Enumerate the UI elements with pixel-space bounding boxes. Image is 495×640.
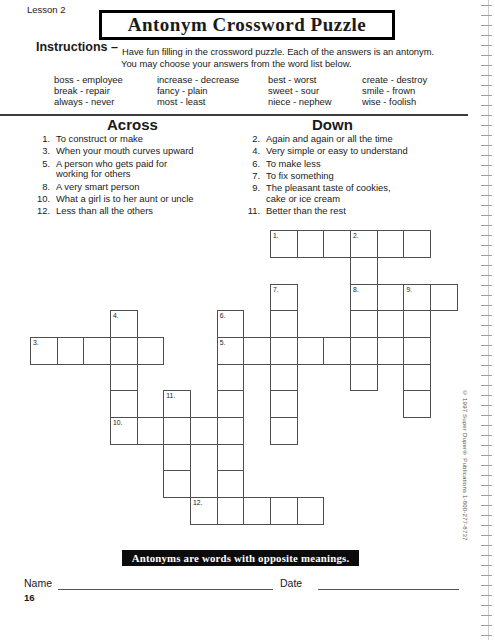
cell-number: 7. (273, 286, 279, 293)
grid-cell[interactable] (217, 444, 245, 472)
grid-cell[interactable] (243, 497, 271, 525)
ruler-tick (481, 475, 492, 476)
ruler-tick (481, 445, 492, 446)
ruler-tick (481, 75, 492, 76)
ruler-tick (481, 215, 492, 216)
ruler-tick (481, 625, 492, 626)
clue-number: 6. (240, 159, 260, 170)
grid-cell[interactable]: 9. (403, 284, 431, 312)
ruler-tick (481, 225, 492, 226)
grid-cell[interactable] (217, 390, 245, 418)
ruler-tick (481, 155, 492, 156)
ruler-tick (481, 85, 492, 86)
grid-cell[interactable] (350, 310, 378, 338)
cell-number: 10. (113, 419, 122, 426)
clue-item: 8.A very smart person (30, 182, 235, 193)
grid-cell[interactable] (323, 230, 351, 258)
grid-cell[interactable] (403, 364, 431, 392)
grid-cell[interactable] (323, 337, 351, 365)
cell-number: 9. (406, 286, 412, 293)
word-pair: increase - decrease (157, 74, 239, 85)
clue-item: 4.Very simple or easy to understand (240, 146, 460, 157)
ruler-tick (481, 95, 492, 96)
ruler-tick (481, 545, 492, 546)
word-list-column: increase - decreasefancy - plainmost - l… (157, 74, 239, 107)
ruler-tick (481, 305, 492, 306)
ruler-tick (481, 205, 492, 206)
ruler-tick (481, 115, 492, 116)
ruler-tick (481, 375, 492, 376)
ruler-tick (481, 485, 492, 486)
lesson-label: Lesson 2 (27, 4, 66, 15)
grid-cell[interactable] (137, 337, 165, 365)
ruler-tick (481, 45, 492, 46)
clue-text: Very simple or easy to understand (266, 146, 408, 157)
ruler-tick (481, 175, 492, 176)
clue-text: To fix something (266, 171, 334, 182)
cell-number: 1. (273, 232, 279, 239)
grid-cell[interactable] (110, 390, 138, 418)
ruler-tick (481, 35, 492, 36)
grid-cell[interactable]: 1. (270, 230, 298, 258)
ruler-tick (481, 165, 492, 166)
grid-cell[interactable] (403, 310, 431, 338)
ruler-tick (481, 65, 492, 66)
clue-item: 3.When your mouth curves upward (30, 146, 235, 157)
clue-number: 5. (30, 159, 50, 181)
word-pair: wise - foolish (362, 96, 427, 107)
grid-cell[interactable]: 8. (350, 284, 378, 312)
grid-cell[interactable] (270, 417, 298, 445)
ruler-tick (481, 5, 492, 6)
grid-cell[interactable] (350, 337, 378, 365)
copyright-text: © 1997 Super Duper® Publications 1-800-2… (462, 390, 468, 560)
grid-cell[interactable] (163, 470, 191, 498)
clue-text: A very smart person (56, 182, 139, 193)
grid-cell[interactable] (430, 284, 458, 312)
clue-number: 4. (240, 146, 260, 157)
clue-item: 5.A person who gets paid forworking for … (30, 159, 235, 181)
grid-cell[interactable] (403, 230, 431, 258)
word-pair: break - repair (54, 85, 123, 96)
ruler-tick (481, 255, 492, 256)
grid-cell[interactable] (270, 497, 298, 525)
ruler-tick (481, 15, 492, 16)
ruler-tick (481, 565, 492, 566)
grid-cell[interactable] (217, 497, 245, 525)
clue-text: To construct or make (56, 134, 143, 145)
ruler-tick (481, 275, 492, 276)
word-pair: create - destroy (362, 74, 427, 85)
worksheet-page: Lesson 2 Antonym Crossword Puzzle Instru… (0, 0, 495, 640)
ruler-tick (481, 515, 492, 516)
word-list-column: best - worstsweet - sourniece - nephew (268, 74, 332, 107)
cell-number: 6. (220, 312, 226, 319)
down-header: Down (312, 116, 353, 133)
clue-text: Again and again or all the time (266, 134, 393, 145)
clue-item: 11.Better than the rest (240, 206, 460, 217)
grid-cell[interactable]: 2. (350, 230, 378, 258)
ruler-tick (481, 325, 492, 326)
word-list: boss - employeebreak - repairalways - ne… (0, 74, 495, 110)
word-pair: most - least (157, 96, 239, 107)
grid-cell[interactable] (270, 310, 298, 338)
name-label: Name (24, 577, 52, 589)
clue-number: 1. (30, 134, 50, 145)
ruler-tick (481, 195, 492, 196)
cell-number: 2. (353, 232, 359, 239)
ruler-tick (481, 265, 492, 266)
ruler-tick (481, 635, 492, 636)
grid-cell[interactable] (297, 497, 325, 525)
clue-number: 9. (240, 183, 260, 205)
ruler-tick (481, 245, 492, 246)
ruler-tick (481, 595, 492, 596)
ruler-tick (481, 235, 492, 236)
ruler-tick (481, 405, 492, 406)
clue-number: 12. (30, 206, 50, 217)
cell-number: 12. (193, 499, 202, 506)
ruler-tick (481, 555, 492, 556)
grid-cell[interactable] (217, 364, 245, 392)
word-pair: best - worst (268, 74, 332, 85)
ruler-tick (481, 455, 492, 456)
clue-number: 11. (240, 206, 260, 217)
grid-cell[interactable]: 12. (190, 497, 218, 525)
word-list-column: boss - employeebreak - repairalways - ne… (54, 74, 123, 107)
instructions-label: Instructions – (36, 40, 118, 54)
ruler-tick (481, 185, 492, 186)
clue-item: 6.To make less (240, 159, 460, 170)
clue-number: 2. (240, 134, 260, 145)
ruler-tick (481, 395, 492, 396)
grid-cell[interactable] (403, 337, 431, 365)
grid-cell[interactable] (217, 417, 245, 445)
ruler-tick (481, 335, 492, 336)
ruler-tick (481, 575, 492, 576)
clue-item: 10.What a girl is to her aunt or uncle (30, 194, 235, 205)
grid-cell[interactable] (137, 417, 165, 445)
clue-number: 8. (30, 182, 50, 193)
clue-text: When your mouth curves upward (56, 146, 194, 157)
grid-cell[interactable] (377, 284, 405, 312)
grid-cell[interactable] (377, 337, 405, 365)
clue-text: A person who gets paid forworking for ot… (56, 159, 167, 181)
grid-cell[interactable]: 7. (270, 284, 298, 312)
ruler-tick (481, 125, 492, 126)
grid-cell[interactable] (350, 364, 378, 392)
ruler-tick (481, 535, 492, 536)
clue-text: To make less (266, 159, 321, 170)
ruler-tick (481, 425, 492, 426)
cell-number: 8. (353, 286, 359, 293)
grid-cell[interactable]: 6. (217, 310, 245, 338)
ruler-tick (481, 465, 492, 466)
grid-cell[interactable] (57, 337, 85, 365)
grid-cell[interactable] (243, 337, 271, 365)
page-edge-line (488, 0, 489, 640)
ruler-tick (481, 585, 492, 586)
grid-cell[interactable] (270, 337, 298, 365)
grid-cell[interactable] (163, 417, 191, 445)
ruler-tick (481, 355, 492, 356)
down-clue-list: 2.Again and again or all the time4.Very … (240, 134, 460, 219)
word-pair: boss - employee (54, 74, 123, 85)
word-pair: niece - nephew (268, 96, 332, 107)
divider-line (0, 114, 468, 116)
grid-cell[interactable] (83, 337, 111, 365)
title-box: Antonym Crossword Puzzle (99, 10, 395, 40)
clue-number: 10. (30, 194, 50, 205)
clue-item: 7.To fix something (240, 171, 460, 182)
cell-number: 5. (220, 339, 226, 346)
word-pair: sweet - sour (268, 85, 332, 96)
grid-cell[interactable] (217, 470, 245, 498)
word-pair: always - never (54, 96, 123, 107)
ruler-tick (481, 285, 492, 286)
cell-number: 4. (113, 312, 119, 319)
word-list-column: create - destroysmile - frownwise - fool… (362, 74, 427, 107)
ruler-tick (481, 105, 492, 106)
word-pair: fancy - plain (157, 85, 239, 96)
ruler-tick (481, 315, 492, 316)
ruler-tick (481, 295, 492, 296)
clue-text: Better than the rest (266, 206, 346, 217)
ruler-tick (481, 615, 492, 616)
ruler-tick (481, 525, 492, 526)
banner: Antonyms are words with opposite meaning… (122, 550, 359, 566)
clue-text: What a girl is to her aunt or uncle (56, 194, 194, 205)
grid-cell[interactable]: 4. (110, 310, 138, 338)
date-label: Date (280, 577, 302, 589)
ruler-tick (481, 345, 492, 346)
page-title: Antonym Crossword Puzzle (128, 14, 367, 36)
across-clue-list: 1.To construct or make3.When your mouth … (30, 134, 235, 219)
cell-number: 11. (166, 392, 175, 399)
grid-cell[interactable]: 10. (110, 417, 138, 445)
grid-cell[interactable] (163, 444, 191, 472)
grid-cell[interactable] (110, 337, 138, 365)
cell-number: 3. (33, 339, 39, 346)
word-pair: smile - frown (362, 85, 427, 96)
ruler-tick (481, 365, 492, 366)
ruler-tick (481, 385, 492, 386)
grid-cell[interactable] (403, 390, 431, 418)
grid-cell[interactable]: 5. (217, 337, 245, 365)
grid-cell[interactable] (297, 337, 325, 365)
name-input-line[interactable] (58, 589, 273, 590)
clue-item: 2.Again and again or all the time (240, 134, 460, 145)
ruler-tick (481, 55, 492, 56)
grid-cell[interactable]: 3. (30, 337, 58, 365)
clue-text: The pleasant taste of cookies,cake or ic… (266, 183, 391, 205)
ruler-tick (481, 415, 492, 416)
ruler-tick (481, 495, 492, 496)
grid-cell[interactable] (350, 257, 378, 285)
page-number: 16 (24, 592, 35, 603)
grid-cell[interactable] (270, 364, 298, 392)
instructions-line2: You may choose your answers from the wor… (121, 58, 352, 69)
grid-cell[interactable] (270, 390, 298, 418)
instructions-line1: Have fun filling in the crossword puzzle… (122, 46, 434, 57)
ruler-tick (481, 605, 492, 606)
clue-item: 12.Less than all the others (30, 206, 235, 217)
ruler-tick (481, 145, 492, 146)
clue-number: 7. (240, 171, 260, 182)
ruler-tick (481, 135, 492, 136)
ruler-tick (481, 25, 492, 26)
grid-cell[interactable]: 11. (163, 390, 191, 418)
grid-cell[interactable] (110, 364, 138, 392)
date-input-line[interactable] (318, 589, 459, 590)
clue-item: 9.The pleasant taste of cookies,cake or … (240, 183, 460, 205)
clue-number: 3. (30, 146, 50, 157)
grid-cell[interactable] (377, 230, 405, 258)
ruler-tick (481, 435, 492, 436)
across-header: Across (107, 116, 158, 133)
grid-cell[interactable] (190, 417, 218, 445)
ruler-tick (481, 505, 492, 506)
grid-cell[interactable] (297, 230, 325, 258)
clue-text: Less than all the others (56, 206, 153, 217)
clue-item: 1.To construct or make (30, 134, 235, 145)
